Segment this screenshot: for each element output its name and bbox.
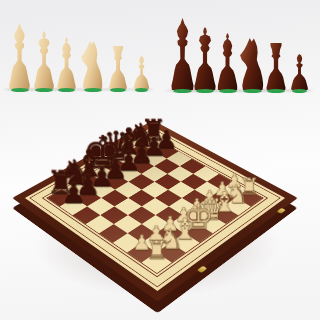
knight-silhouette (239, 38, 266, 90)
display-piece-light-bishop (55, 35, 78, 92)
display-piece-dark-bishop (215, 31, 240, 93)
product-photo: chess ♜♟♟♜♞♟♟♞♝♟♟♝♛♟♟♛♚♟♟♚♝♟♟♝♞♟♟♞♜♟♟♜ (0, 0, 320, 320)
queen-silhouette (32, 31, 56, 89)
board-rim: ♜♟♟♜♞♟♟♞♝♟♟♝♛♟♟♛♚♟♟♚♝♟♟♝♞♟♟♞♜♟♟♜ (12, 120, 298, 301)
rook-silhouette (264, 43, 288, 90)
display-piece-dark-pawn (289, 52, 310, 93)
knight-silhouette (80, 41, 105, 89)
display-piece-light-knight (80, 39, 105, 92)
board-scene: ♜♟♟♜♞♟♟♞♝♟♟♝♛♟♟♛♚♟♟♚♝♟♟♝♞♟♟♞♜♟♟♜ (54, 97, 256, 299)
square-h1: ♜ (142, 253, 172, 273)
display-piece-light-pawn (132, 54, 151, 92)
felt-base (292, 89, 307, 93)
display-piece-light-rook (107, 44, 129, 92)
bishop-silhouette (55, 37, 78, 89)
bishop-silhouette (215, 33, 240, 90)
felt-base (110, 88, 126, 92)
folding-chess-board: ♜♟♟♜♞♟♟♞♝♟♟♝♛♟♟♛♚♟♟♚♝♟♟♝♞♟♟♞♜♟♟♜ (12, 120, 298, 301)
pawn-silhouette (132, 56, 151, 89)
piece-light-h1: ♜ (145, 237, 168, 262)
display-piece-light-king (7, 21, 32, 92)
display-piece-dark-rook (264, 41, 288, 93)
square-h7: ♟ (60, 198, 87, 215)
rook-silhouette (107, 46, 129, 89)
display-piece-dark-knight (239, 36, 266, 93)
pawn-silhouette (289, 54, 310, 90)
board-border: ♜♟♟♜♞♟♟♞♝♟♟♝♛♟♟♛♚♟♟♚♝♟♟♝♞♟♟♞♜♟♟♜ (25, 126, 285, 291)
board-pinstripe-frame: ♜♟♟♜♞♟♟♞♝♟♟♝♛♟♟♛♚♟♟♚♝♟♟♝♞♟♟♞♜♟♟♜ (42, 135, 268, 278)
felt-base (267, 89, 284, 93)
felt-base (84, 88, 102, 92)
felt-base (135, 88, 149, 92)
king-silhouette (7, 23, 32, 89)
piece-dark-h7: ♟ (61, 179, 86, 206)
piece-lineup (0, 0, 320, 100)
display-piece-light-queen (32, 29, 56, 92)
